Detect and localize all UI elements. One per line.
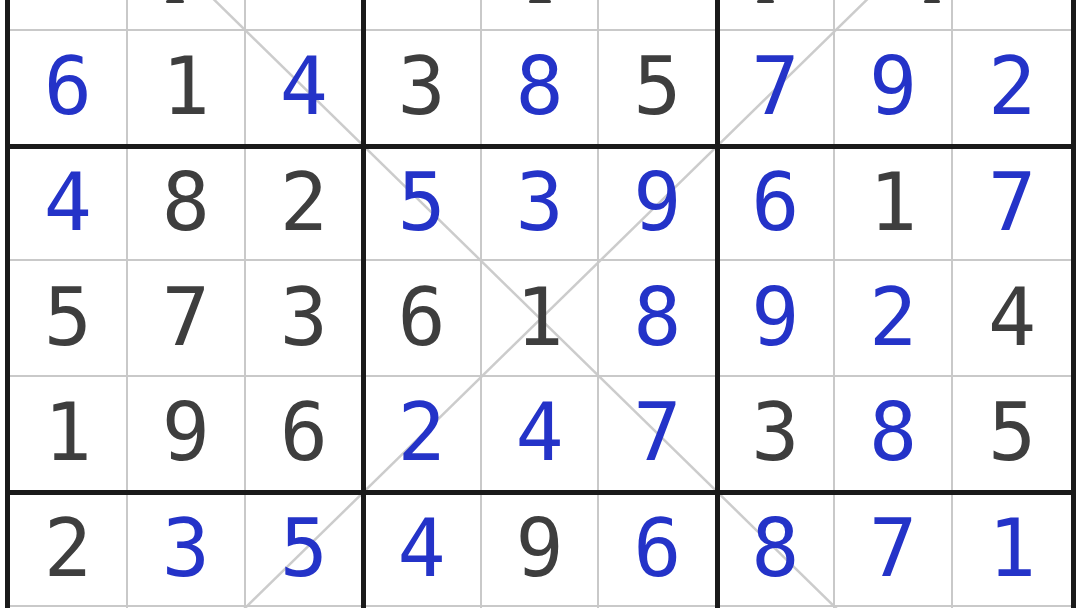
user-digit: 6 bbox=[633, 509, 681, 589]
cell-r4c3[interactable]: 2 bbox=[246, 146, 364, 261]
box-boundary-vertical-2 bbox=[715, 0, 720, 608]
partial-digit-bottom-r2c7 bbox=[757, 0, 774, 3]
cell-r5c2[interactable]: 7 bbox=[128, 261, 246, 376]
box-boundary-horizontal-2 bbox=[10, 490, 1071, 495]
cell-r4c1[interactable]: 4 bbox=[10, 146, 128, 261]
user-digit: 4 bbox=[280, 47, 328, 127]
user-digit: 8 bbox=[751, 509, 799, 589]
user-digit: 5 bbox=[398, 163, 446, 243]
sudoku-grid: 6143857924825396175736189241962473852354… bbox=[10, 0, 1071, 608]
given-digit: 5 bbox=[633, 47, 681, 127]
cell-r3c2[interactable]: 1 bbox=[128, 31, 246, 146]
box-boundary-vertical-1 bbox=[361, 0, 366, 608]
cell-r2c6[interactable] bbox=[599, 0, 717, 31]
partial-digit-bottom-r2c2 bbox=[166, 0, 184, 3]
given-digit: 1 bbox=[44, 393, 92, 473]
user-digit: 6 bbox=[751, 163, 799, 243]
given-digit: 2 bbox=[44, 509, 92, 589]
box-boundary-horizontal-1 bbox=[10, 144, 1071, 149]
cell-r7c7[interactable]: 8 bbox=[717, 492, 835, 607]
cell-r7c6[interactable]: 6 bbox=[599, 492, 717, 607]
user-digit: 1 bbox=[988, 509, 1036, 589]
cell-r6c7[interactable]: 3 bbox=[717, 377, 835, 492]
given-digit: 5 bbox=[988, 393, 1036, 473]
cell-r5c7[interactable]: 9 bbox=[717, 261, 835, 376]
user-digit: 4 bbox=[44, 163, 92, 243]
cell-r2c3[interactable] bbox=[246, 0, 364, 31]
cell-r4c8[interactable]: 1 bbox=[835, 146, 953, 261]
given-digit: 2 bbox=[280, 163, 328, 243]
cell-r6c8[interactable]: 8 bbox=[835, 377, 953, 492]
user-digit: 5 bbox=[280, 509, 328, 589]
cell-r4c4[interactable]: 5 bbox=[364, 146, 482, 261]
cell-r5c9[interactable]: 4 bbox=[953, 261, 1071, 376]
given-digit: 5 bbox=[44, 278, 92, 358]
cell-r6c2[interactable]: 9 bbox=[128, 377, 246, 492]
cell-r5c1[interactable]: 5 bbox=[10, 261, 128, 376]
cell-r5c6[interactable]: 8 bbox=[599, 261, 717, 376]
cell-r2c7[interactable] bbox=[717, 0, 835, 31]
cell-r3c9[interactable]: 2 bbox=[953, 31, 1071, 146]
cell-r6c9[interactable]: 5 bbox=[953, 377, 1071, 492]
partial-digit-bottom-r2c5 bbox=[529, 0, 551, 3]
cell-r4c2[interactable]: 8 bbox=[128, 146, 246, 261]
cell-r5c4[interactable]: 6 bbox=[364, 261, 482, 376]
cell-r4c6[interactable]: 9 bbox=[599, 146, 717, 261]
given-digit: 3 bbox=[398, 47, 446, 127]
partial-digit-bottom-r2c8 bbox=[924, 0, 940, 3]
user-digit: 9 bbox=[751, 278, 799, 358]
cell-r6c1[interactable]: 1 bbox=[10, 377, 128, 492]
given-digit: 3 bbox=[280, 278, 328, 358]
given-digit: 7 bbox=[162, 278, 210, 358]
user-digit: 4 bbox=[515, 393, 563, 473]
given-digit: 8 bbox=[162, 163, 210, 243]
given-digit: 1 bbox=[162, 47, 210, 127]
cell-r2c9[interactable] bbox=[953, 0, 1071, 31]
given-digit: 4 bbox=[988, 278, 1036, 358]
cell-r3c3[interactable]: 4 bbox=[246, 31, 364, 146]
user-digit: 3 bbox=[162, 509, 210, 589]
cell-r7c5[interactable]: 9 bbox=[482, 492, 600, 607]
user-digit: 8 bbox=[633, 278, 681, 358]
cell-r6c4[interactable]: 2 bbox=[364, 377, 482, 492]
user-digit: 2 bbox=[988, 47, 1036, 127]
user-digit: 7 bbox=[988, 163, 1036, 243]
user-digit: 2 bbox=[398, 393, 446, 473]
cell-r3c8[interactable]: 9 bbox=[835, 31, 953, 146]
cell-r2c8[interactable] bbox=[835, 0, 953, 31]
cell-r3c4[interactable]: 3 bbox=[364, 31, 482, 146]
given-digit: 6 bbox=[280, 393, 328, 473]
given-digit: 1 bbox=[869, 163, 917, 243]
user-digit: 8 bbox=[515, 47, 563, 127]
user-digit: 7 bbox=[633, 393, 681, 473]
cell-r3c6[interactable]: 5 bbox=[599, 31, 717, 146]
cell-r4c5[interactable]: 3 bbox=[482, 146, 600, 261]
user-digit: 7 bbox=[751, 47, 799, 127]
cell-r6c3[interactable]: 6 bbox=[246, 377, 364, 492]
user-digit: 9 bbox=[633, 163, 681, 243]
given-digit: 6 bbox=[398, 278, 446, 358]
cell-r7c1[interactable]: 2 bbox=[10, 492, 128, 607]
cell-r7c8[interactable]: 7 bbox=[835, 492, 953, 607]
cell-r7c4[interactable]: 4 bbox=[364, 492, 482, 607]
given-digit: 1 bbox=[515, 278, 563, 358]
user-digit: 6 bbox=[44, 47, 92, 127]
cell-r5c3[interactable]: 3 bbox=[246, 261, 364, 376]
cell-r3c1[interactable]: 6 bbox=[10, 31, 128, 146]
cell-r7c2[interactable]: 3 bbox=[128, 492, 246, 607]
given-digit: 9 bbox=[162, 393, 210, 473]
cell-r2c1[interactable] bbox=[10, 0, 128, 31]
user-digit: 2 bbox=[869, 278, 917, 358]
cell-r7c3[interactable]: 5 bbox=[246, 492, 364, 607]
cell-r4c7[interactable]: 6 bbox=[717, 146, 835, 261]
given-digit: 9 bbox=[515, 509, 563, 589]
cell-r2c2[interactable] bbox=[128, 0, 246, 31]
user-digit: 7 bbox=[869, 509, 917, 589]
user-digit: 9 bbox=[869, 47, 917, 127]
cell-r3c7[interactable]: 7 bbox=[717, 31, 835, 146]
user-digit: 8 bbox=[869, 393, 917, 473]
cell-r6c5[interactable]: 4 bbox=[482, 377, 600, 492]
user-digit: 3 bbox=[515, 163, 563, 243]
cell-r5c5[interactable]: 1 bbox=[482, 261, 600, 376]
user-digit: 4 bbox=[398, 509, 446, 589]
given-digit: 3 bbox=[751, 393, 799, 473]
cell-r4c9[interactable]: 7 bbox=[953, 146, 1071, 261]
sudoku-screen: 6143857924825396175736189241962473852354… bbox=[0, 0, 1080, 608]
cell-r2c4[interactable] bbox=[364, 0, 482, 31]
cell-r3c5[interactable]: 8 bbox=[482, 31, 600, 146]
cell-r5c8[interactable]: 2 bbox=[835, 261, 953, 376]
cell-r6c6[interactable]: 7 bbox=[599, 377, 717, 492]
cell-r2c5[interactable] bbox=[482, 0, 600, 31]
sudoku-board: 6143857924825396175736189241962473852354… bbox=[5, 0, 1076, 608]
cell-r7c9[interactable]: 1 bbox=[953, 492, 1071, 607]
